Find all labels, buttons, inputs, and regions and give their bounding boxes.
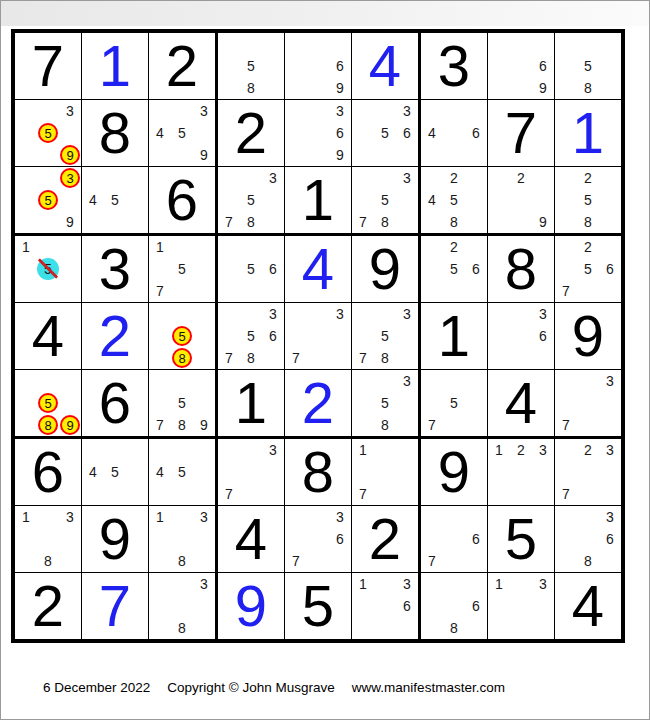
cell-r7c9[interactable]: 237 xyxy=(555,439,621,506)
empty-slot xyxy=(443,414,465,436)
empty-slot xyxy=(240,439,262,461)
cell-r3c6[interactable]: 3578 xyxy=(352,167,421,236)
empty-slot xyxy=(149,100,171,122)
empty-slot xyxy=(149,595,171,617)
candidate-2: 2 xyxy=(577,236,599,258)
cell-r6c7[interactable]: 57 xyxy=(421,370,488,439)
candidate-grid: 237 xyxy=(555,439,621,505)
cell-value: 7 xyxy=(488,100,554,166)
cell-r5c1[interactable]: 4 xyxy=(15,303,82,370)
empty-slot xyxy=(15,100,37,122)
empty-slot xyxy=(37,280,59,302)
empty-slot xyxy=(510,347,532,369)
empty-slot xyxy=(218,33,240,55)
empty-slot xyxy=(374,573,396,595)
cell-r4c9[interactable]: 2567 xyxy=(555,236,621,303)
cell-r8c7[interactable]: 67 xyxy=(421,506,488,573)
cell-r3c5[interactable]: 1 xyxy=(285,167,352,236)
empty-slot xyxy=(15,280,37,302)
empty-slot xyxy=(218,439,240,461)
candidate-grid: 3578 xyxy=(218,167,284,233)
empty-slot xyxy=(240,236,262,258)
cell-r1c4[interactable]: 58 xyxy=(218,33,285,100)
candidate-grid: 57 xyxy=(421,370,487,436)
empty-slot xyxy=(285,33,307,55)
cell-r4c6[interactable]: 9 xyxy=(352,236,421,303)
empty-slot xyxy=(599,392,621,414)
empty-slot xyxy=(329,550,351,572)
cell-r7c5[interactable]: 8 xyxy=(285,439,352,506)
empty-slot xyxy=(262,77,284,99)
empty-slot xyxy=(555,370,577,392)
candidate-8: 8 xyxy=(374,211,396,233)
candidate-2: 2 xyxy=(577,167,599,189)
empty-slot xyxy=(577,414,599,436)
empty-slot xyxy=(599,189,621,211)
empty-slot xyxy=(149,370,171,392)
empty-slot xyxy=(240,33,262,55)
candidate-grid: 45 xyxy=(149,439,215,505)
candidate-4: 4 xyxy=(421,122,443,144)
empty-slot xyxy=(421,236,443,258)
empty-slot xyxy=(465,550,487,572)
candidate-3: 3 xyxy=(329,100,351,122)
empty-slot xyxy=(488,211,510,233)
cell-r4c5[interactable]: 4 xyxy=(285,236,352,303)
empty-slot xyxy=(421,100,443,122)
candidate-grid: 69 xyxy=(488,33,554,99)
cell-r6c2[interactable]: 6 xyxy=(82,370,149,439)
empty-slot xyxy=(15,528,37,550)
cell-r3c7[interactable]: 2458 xyxy=(421,167,488,236)
highlighted-candidate-5: 5 xyxy=(172,326,192,346)
cell-r8c4[interactable]: 4 xyxy=(218,506,285,573)
empty-slot xyxy=(307,55,329,77)
candidate-7: 7 xyxy=(421,550,443,572)
empty-slot xyxy=(285,144,307,166)
cell-r9c6[interactable]: 136 xyxy=(352,573,421,639)
cell-r2c2[interactable]: 8 xyxy=(82,100,149,167)
empty-slot xyxy=(171,483,193,505)
empty-slot xyxy=(193,595,215,617)
candidate-7: 7 xyxy=(285,550,307,572)
empty-slot xyxy=(396,144,418,166)
empty-slot xyxy=(193,528,215,550)
empty-slot xyxy=(374,167,396,189)
cell-r9c4[interactable]: 9 xyxy=(218,573,285,639)
empty-slot xyxy=(171,280,193,302)
cell-r4c7[interactable]: 256 xyxy=(421,236,488,303)
empty-slot xyxy=(15,414,37,436)
cell-r6c1[interactable]: 589 xyxy=(15,370,82,439)
cell-value: 3 xyxy=(82,236,148,302)
empty-slot xyxy=(262,189,284,211)
candidate-7: 7 xyxy=(555,280,577,302)
empty-slot xyxy=(262,211,284,233)
candidate-5: 5 xyxy=(171,392,193,414)
cell-r6c5[interactable]: 2 xyxy=(285,370,352,439)
cell-r9c5[interactable]: 5 xyxy=(285,573,352,639)
empty-slot xyxy=(149,439,171,461)
candidate-5: 5 xyxy=(443,392,465,414)
empty-slot xyxy=(59,189,81,211)
cell-r6c6[interactable]: 358 xyxy=(352,370,421,439)
candidate-grid: 15 xyxy=(15,236,81,302)
empty-slot xyxy=(555,33,577,55)
candidate-5: 5 xyxy=(240,258,262,280)
candidate-5: 5 xyxy=(104,461,126,483)
empty-slot xyxy=(240,303,262,325)
cell-r1c5[interactable]: 69 xyxy=(285,33,352,100)
empty-slot xyxy=(126,483,148,505)
empty-slot xyxy=(443,528,465,550)
candidate-slot: 8 xyxy=(37,414,59,436)
empty-slot xyxy=(532,347,554,369)
empty-slot xyxy=(374,303,396,325)
candidate-grid: 5789 xyxy=(149,370,215,436)
cell-r9c2[interactable]: 7 xyxy=(82,573,149,639)
empty-slot xyxy=(488,483,510,505)
empty-slot xyxy=(577,506,599,528)
candidate-7: 7 xyxy=(555,414,577,436)
candidate-5: 5 xyxy=(577,189,599,211)
empty-slot xyxy=(577,461,599,483)
cell-r5c6[interactable]: 3578 xyxy=(352,303,421,370)
candidate-2: 2 xyxy=(510,439,532,461)
empty-slot xyxy=(126,461,148,483)
candidate-6: 6 xyxy=(599,258,621,280)
candidate-7: 7 xyxy=(149,414,171,436)
empty-slot xyxy=(218,280,240,302)
cell-r1c6[interactable]: 4 xyxy=(352,33,421,100)
empty-slot xyxy=(59,258,81,280)
empty-slot xyxy=(396,483,418,505)
cell-r4c1[interactable]: 15 xyxy=(15,236,82,303)
cell-r8c9[interactable]: 368 xyxy=(555,506,621,573)
empty-slot xyxy=(421,211,443,233)
candidate-5: 5 xyxy=(374,325,396,347)
cell-r2c6[interactable]: 356 xyxy=(352,100,421,167)
empty-slot xyxy=(149,528,171,550)
empty-slot xyxy=(37,370,59,392)
candidate-grid: 2458 xyxy=(421,167,487,233)
candidate-2: 2 xyxy=(443,167,465,189)
empty-slot xyxy=(15,392,37,414)
cell-r3c4[interactable]: 3578 xyxy=(218,167,285,236)
candidate-3: 3 xyxy=(193,506,215,528)
candidate-slot: 5 xyxy=(37,392,59,414)
empty-slot xyxy=(599,280,621,302)
empty-slot xyxy=(104,211,126,233)
empty-slot xyxy=(599,55,621,77)
cell-value: 9 xyxy=(218,573,284,639)
candidate-3: 3 xyxy=(59,100,81,122)
cell-r6c8[interactable]: 4 xyxy=(488,370,555,439)
empty-slot xyxy=(465,392,487,414)
candidate-7: 7 xyxy=(421,414,443,436)
cell-value: 9 xyxy=(555,303,621,369)
candidate-2: 2 xyxy=(443,236,465,258)
empty-slot xyxy=(59,122,81,144)
cell-r2c1[interactable]: 359 xyxy=(15,100,82,167)
candidate-8: 8 xyxy=(374,414,396,436)
empty-slot xyxy=(510,595,532,617)
candidate-1: 1 xyxy=(352,573,374,595)
cell-value: 1 xyxy=(285,167,351,233)
candidate-3: 3 xyxy=(396,370,418,392)
candidate-slot: 9 xyxy=(59,414,81,436)
candidate-3: 3 xyxy=(532,439,554,461)
empty-slot xyxy=(555,189,577,211)
cell-r9c3[interactable]: 38 xyxy=(149,573,218,639)
empty-slot xyxy=(352,414,374,436)
footer-website: www.manifestmaster.com xyxy=(352,680,505,695)
cell-r4c4[interactable]: 56 xyxy=(218,236,285,303)
empty-slot xyxy=(218,77,240,99)
empty-slot xyxy=(307,100,329,122)
empty-slot xyxy=(37,167,59,189)
empty-slot xyxy=(149,144,171,166)
empty-slot xyxy=(193,325,215,347)
cell-r8c6[interactable]: 2 xyxy=(352,506,421,573)
cell-value: 4 xyxy=(15,303,81,369)
empty-slot xyxy=(443,370,465,392)
candidate-8: 8 xyxy=(240,211,262,233)
candidate-6: 6 xyxy=(465,528,487,550)
cell-r4c8[interactable]: 8 xyxy=(488,236,555,303)
candidate-3: 3 xyxy=(396,303,418,325)
candidate-6: 6 xyxy=(465,122,487,144)
empty-slot xyxy=(443,573,465,595)
empty-slot xyxy=(510,461,532,483)
empty-slot xyxy=(421,280,443,302)
empty-slot xyxy=(262,483,284,505)
empty-slot xyxy=(488,77,510,99)
candidate-5: 5 xyxy=(374,122,396,144)
empty-slot xyxy=(149,303,171,325)
empty-slot xyxy=(599,414,621,436)
cell-r6c9[interactable]: 37 xyxy=(555,370,621,439)
empty-slot xyxy=(421,528,443,550)
cell-r5c9[interactable]: 9 xyxy=(555,303,621,370)
empty-slot xyxy=(193,550,215,572)
empty-slot xyxy=(374,483,396,505)
empty-slot xyxy=(555,167,577,189)
empty-slot xyxy=(510,211,532,233)
cell-r7c8[interactable]: 123 xyxy=(488,439,555,506)
empty-slot xyxy=(218,55,240,77)
candidate-grid: 136 xyxy=(352,573,418,639)
empty-slot xyxy=(262,280,284,302)
cell-r8c5[interactable]: 367 xyxy=(285,506,352,573)
empty-slot xyxy=(285,55,307,77)
cell-r2c8[interactable]: 7 xyxy=(488,100,555,167)
empty-slot xyxy=(488,167,510,189)
cell-r8c2[interactable]: 9 xyxy=(82,506,149,573)
cell-r6c3[interactable]: 5789 xyxy=(149,370,218,439)
empty-slot xyxy=(510,33,532,55)
empty-slot xyxy=(15,144,37,166)
candidate-4: 4 xyxy=(149,461,171,483)
cell-r8c8[interactable]: 5 xyxy=(488,506,555,573)
footer: 6 December 2022 Copyright © John Musgrav… xyxy=(43,680,505,695)
empty-slot xyxy=(488,189,510,211)
cell-r1c9[interactable]: 58 xyxy=(555,33,621,100)
candidate-3: 3 xyxy=(59,506,81,528)
candidate-5: 5 xyxy=(240,189,262,211)
empty-slot xyxy=(421,595,443,617)
candidate-grid: 35678 xyxy=(218,303,284,369)
empty-slot xyxy=(488,595,510,617)
cell-r5c5[interactable]: 37 xyxy=(285,303,352,370)
candidate-grid: 56 xyxy=(218,236,284,302)
cell-r1c7[interactable]: 3 xyxy=(421,33,488,100)
cell-r7c7[interactable]: 9 xyxy=(421,439,488,506)
cell-r3c8[interactable]: 29 xyxy=(488,167,555,236)
empty-slot xyxy=(421,506,443,528)
empty-slot xyxy=(59,280,81,302)
footer-date: 6 December 2022 xyxy=(43,680,150,695)
cell-r1c2[interactable]: 1 xyxy=(82,33,149,100)
cell-value: 1 xyxy=(218,370,284,436)
cell-r5c8[interactable]: 36 xyxy=(488,303,555,370)
empty-slot xyxy=(443,122,465,144)
cell-r5c4[interactable]: 35678 xyxy=(218,303,285,370)
empty-slot xyxy=(352,617,374,639)
cell-r4c3[interactable]: 157 xyxy=(149,236,218,303)
cell-value: 6 xyxy=(15,439,81,505)
empty-slot xyxy=(149,347,171,369)
candidate-grid: 369 xyxy=(285,100,351,166)
empty-slot xyxy=(488,347,510,369)
empty-slot xyxy=(193,122,215,144)
empty-slot xyxy=(352,100,374,122)
empty-slot xyxy=(104,483,126,505)
candidate-3: 3 xyxy=(396,100,418,122)
candidate-3: 3 xyxy=(262,303,284,325)
empty-slot xyxy=(149,617,171,639)
candidate-8: 8 xyxy=(37,550,59,572)
empty-slot xyxy=(149,258,171,280)
cell-r9c9[interactable]: 4 xyxy=(555,573,621,639)
empty-slot xyxy=(396,347,418,369)
empty-slot xyxy=(374,617,396,639)
cell-r5c2[interactable]: 2 xyxy=(82,303,149,370)
cell-r8c3[interactable]: 138 xyxy=(149,506,218,573)
empty-slot xyxy=(465,236,487,258)
cell-r7c4[interactable]: 37 xyxy=(218,439,285,506)
candidate-8: 8 xyxy=(577,77,599,99)
candidate-grid: 68 xyxy=(421,573,487,639)
highlighted-candidate-5: 5 xyxy=(38,393,58,413)
cell-r3c2[interactable]: 45 xyxy=(82,167,149,236)
cell-r1c8[interactable]: 69 xyxy=(488,33,555,100)
cell-r8c1[interactable]: 138 xyxy=(15,506,82,573)
cell-value: 3 xyxy=(421,33,487,99)
cell-r3c9[interactable]: 258 xyxy=(555,167,621,236)
cell-r2c9[interactable]: 1 xyxy=(555,100,621,167)
cell-r2c4[interactable]: 2 xyxy=(218,100,285,167)
empty-slot xyxy=(37,528,59,550)
empty-slot xyxy=(218,167,240,189)
cell-r7c6[interactable]: 17 xyxy=(352,439,421,506)
cell-r2c7[interactable]: 46 xyxy=(421,100,488,167)
cell-r4c2[interactable]: 3 xyxy=(82,236,149,303)
empty-slot xyxy=(396,211,418,233)
candidate-7: 7 xyxy=(352,211,374,233)
empty-slot xyxy=(555,77,577,99)
empty-slot xyxy=(59,550,81,572)
candidate-6: 6 xyxy=(465,595,487,617)
cell-r1c1[interactable]: 7 xyxy=(15,33,82,100)
candidate-grid: 3578 xyxy=(352,303,418,369)
cell-value: 2 xyxy=(15,573,81,639)
empty-slot xyxy=(218,303,240,325)
cell-value: 8 xyxy=(285,439,351,505)
candidate-slot: 5 xyxy=(37,258,59,280)
empty-slot xyxy=(577,370,599,392)
candidate-6: 6 xyxy=(329,122,351,144)
candidate-grid: 45 xyxy=(82,439,148,505)
cell-r7c3[interactable]: 45 xyxy=(149,439,218,506)
cell-r5c7[interactable]: 1 xyxy=(421,303,488,370)
empty-slot xyxy=(352,122,374,144)
candidate-grid: 36 xyxy=(488,303,554,369)
empty-slot xyxy=(465,280,487,302)
empty-slot xyxy=(15,189,37,211)
cell-r9c7[interactable]: 68 xyxy=(421,573,488,639)
cell-r2c5[interactable]: 369 xyxy=(285,100,352,167)
empty-slot xyxy=(37,100,59,122)
cell-r9c1[interactable]: 2 xyxy=(15,573,82,639)
empty-slot xyxy=(37,236,59,258)
candidate-slot: 5 xyxy=(37,122,59,144)
empty-slot xyxy=(15,370,37,392)
candidate-grid: 258 xyxy=(555,167,621,233)
empty-slot xyxy=(193,303,215,325)
empty-slot xyxy=(396,617,418,639)
cell-value: 2 xyxy=(285,370,351,436)
candidate-slot: 8 xyxy=(171,347,193,369)
candidate-slot: 5 xyxy=(171,325,193,347)
candidate-8: 8 xyxy=(443,617,465,639)
cell-r6c4[interactable]: 1 xyxy=(218,370,285,439)
empty-slot xyxy=(577,528,599,550)
empty-slot xyxy=(510,77,532,99)
highlighted-candidate-8: 8 xyxy=(38,415,58,435)
candidate-3: 3 xyxy=(532,573,554,595)
cell-r5c3[interactable]: 58 xyxy=(149,303,218,370)
empty-slot xyxy=(352,167,374,189)
cell-value: 4 xyxy=(352,33,418,99)
cell-r9c8[interactable]: 13 xyxy=(488,573,555,639)
cell-r3c1[interactable]: 359 xyxy=(15,167,82,236)
cell-r7c2[interactable]: 45 xyxy=(82,439,149,506)
cell-r3c3[interactable]: 6 xyxy=(149,167,218,236)
empty-slot xyxy=(488,303,510,325)
candidate-grid: 138 xyxy=(15,506,81,572)
empty-slot xyxy=(307,325,329,347)
cell-r1c3[interactable]: 2 xyxy=(149,33,218,100)
candidate-6: 6 xyxy=(532,325,554,347)
cell-r2c3[interactable]: 3459 xyxy=(149,100,218,167)
empty-slot xyxy=(193,370,215,392)
candidate-9: 9 xyxy=(59,211,81,233)
empty-slot xyxy=(329,33,351,55)
empty-slot xyxy=(555,506,577,528)
empty-slot xyxy=(307,122,329,144)
cell-r7c1[interactable]: 6 xyxy=(15,439,82,506)
